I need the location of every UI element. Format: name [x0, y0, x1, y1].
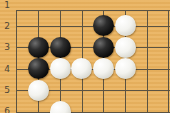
white-stone[interactable]: [115, 37, 136, 58]
row-coordinate-label: 5: [4, 86, 10, 95]
white-stone[interactable]: [50, 58, 71, 79]
go-board[interactable]: 123456: [0, 0, 170, 113]
row-coordinate-label: 3: [4, 43, 10, 52]
black-stone[interactable]: [28, 37, 49, 58]
white-stone[interactable]: [28, 80, 49, 101]
row-coordinate-label: 2: [4, 22, 10, 31]
grid-vline: [16, 10, 17, 113]
white-stone[interactable]: [115, 15, 136, 36]
grid-vline: [147, 10, 148, 113]
row-coordinate-label: 4: [4, 64, 10, 73]
row-coordinate-label: 1: [4, 1, 10, 10]
black-stone[interactable]: [93, 15, 114, 36]
black-stone[interactable]: [28, 58, 49, 79]
row-coordinate-label: 6: [4, 107, 10, 114]
white-stone[interactable]: [93, 58, 114, 79]
white-stone[interactable]: [71, 58, 92, 79]
white-stone[interactable]: [115, 58, 136, 79]
black-stone[interactable]: [50, 37, 71, 58]
white-stone[interactable]: [50, 101, 71, 113]
grid-vline: [168, 10, 169, 113]
black-stone[interactable]: [93, 37, 114, 58]
